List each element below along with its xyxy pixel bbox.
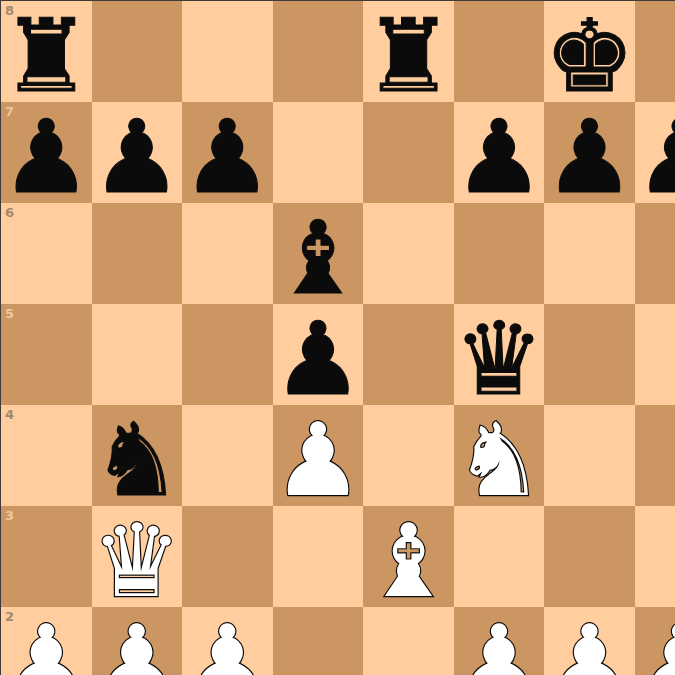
square-c5[interactable] (182, 304, 273, 405)
square-h2[interactable]: ♟ (635, 607, 675, 675)
black-king-icon[interactable]: ♚ (544, 6, 635, 107)
square-f3[interactable] (454, 506, 545, 607)
square-h4[interactable] (635, 405, 675, 506)
black-queen-icon[interactable]: ♛ (454, 309, 545, 410)
rank-label-3: 3 (5, 509, 14, 522)
rank-label-4: 4 (5, 408, 14, 421)
square-b7[interactable]: ♟ (92, 102, 183, 203)
square-d3[interactable] (273, 506, 364, 607)
white-pawn-icon[interactable]: ♟ (544, 612, 635, 675)
black-pawn-icon[interactable]: ♟ (92, 107, 183, 208)
square-d2[interactable] (273, 607, 364, 675)
square-b5[interactable] (92, 304, 183, 405)
white-queen-icon[interactable]: ♛ (92, 511, 183, 612)
square-a5[interactable]: 5 (1, 304, 92, 405)
board-frame: 8♜♜♚7♟♟♟♟♟♟6♝5♟♛4♞♟♞3♛♝2♟♟♟♟♟♟1abc♜de♜fg… (0, 0, 675, 675)
white-pawn-icon[interactable]: ♟ (454, 612, 545, 675)
square-a7[interactable]: 7♟ (1, 102, 92, 203)
black-pawn-icon[interactable]: ♟ (1, 107, 92, 208)
square-f7[interactable]: ♟ (454, 102, 545, 203)
white-pawn-icon[interactable]: ♟ (635, 612, 675, 675)
square-g5[interactable] (544, 304, 635, 405)
square-b6[interactable] (92, 203, 183, 304)
square-c6[interactable] (182, 203, 273, 304)
black-knight-icon[interactable]: ♞ (92, 410, 183, 511)
white-bishop-icon[interactable]: ♝ (363, 511, 454, 612)
white-pawn-icon[interactable]: ♟ (182, 612, 273, 675)
square-f4[interactable]: ♞ (454, 405, 545, 506)
square-c2[interactable]: ♟ (182, 607, 273, 675)
square-a8[interactable]: 8♜ (1, 1, 92, 102)
square-d4[interactable]: ♟ (273, 405, 364, 506)
square-f2[interactable]: ♟ (454, 607, 545, 675)
square-c3[interactable] (182, 506, 273, 607)
black-pawn-icon[interactable]: ♟ (182, 107, 273, 208)
square-d8[interactable] (273, 1, 364, 102)
black-rook-icon[interactable]: ♜ (363, 6, 454, 107)
square-h7[interactable]: ♟ (635, 102, 675, 203)
square-d7[interactable] (273, 102, 364, 203)
square-f6[interactable] (454, 203, 545, 304)
white-pawn-icon[interactable]: ♟ (92, 612, 183, 675)
black-bishop-icon[interactable]: ♝ (273, 208, 364, 309)
square-g2[interactable]: ♟ (544, 607, 635, 675)
square-a4[interactable]: 4 (1, 405, 92, 506)
square-e5[interactable] (363, 304, 454, 405)
square-d6[interactable]: ♝ (273, 203, 364, 304)
square-g4[interactable] (544, 405, 635, 506)
square-g6[interactable] (544, 203, 635, 304)
square-b3[interactable]: ♛ (92, 506, 183, 607)
square-c4[interactable] (182, 405, 273, 506)
square-b2[interactable]: ♟ (92, 607, 183, 675)
square-h5[interactable] (635, 304, 675, 405)
square-c7[interactable]: ♟ (182, 102, 273, 203)
white-pawn-icon[interactable]: ♟ (273, 410, 364, 511)
chess-board: 8♜♜♚7♟♟♟♟♟♟6♝5♟♛4♞♟♞3♛♝2♟♟♟♟♟♟1abc♜de♜fg… (1, 1, 671, 671)
white-pawn-icon[interactable]: ♟ (1, 612, 92, 675)
square-h8[interactable] (635, 1, 675, 102)
black-pawn-icon[interactable]: ♟ (544, 107, 635, 208)
square-f8[interactable] (454, 1, 545, 102)
black-pawn-icon[interactable]: ♟ (273, 309, 364, 410)
square-h3[interactable] (635, 506, 675, 607)
square-a6[interactable]: 6 (1, 203, 92, 304)
square-e3[interactable]: ♝ (363, 506, 454, 607)
square-b8[interactable] (92, 1, 183, 102)
square-e7[interactable] (363, 102, 454, 203)
square-g8[interactable]: ♚ (544, 1, 635, 102)
square-c8[interactable] (182, 1, 273, 102)
white-knight-icon[interactable]: ♞ (454, 410, 545, 511)
square-h6[interactable] (635, 203, 675, 304)
square-d5[interactable]: ♟ (273, 304, 364, 405)
black-pawn-icon[interactable]: ♟ (635, 107, 675, 208)
square-g3[interactable] (544, 506, 635, 607)
square-b4[interactable]: ♞ (92, 405, 183, 506)
square-e6[interactable] (363, 203, 454, 304)
black-rook-icon[interactable]: ♜ (1, 6, 92, 107)
square-a2[interactable]: 2♟ (1, 607, 92, 675)
square-a3[interactable]: 3 (1, 506, 92, 607)
rank-label-5: 5 (5, 307, 14, 320)
square-e8[interactable]: ♜ (363, 1, 454, 102)
square-g7[interactable]: ♟ (544, 102, 635, 203)
square-e4[interactable] (363, 405, 454, 506)
square-f5[interactable]: ♛ (454, 304, 545, 405)
black-pawn-icon[interactable]: ♟ (454, 107, 545, 208)
